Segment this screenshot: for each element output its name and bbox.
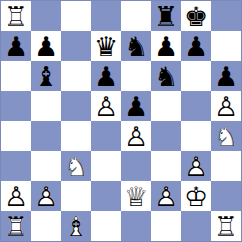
square-a8[interactable]: ♜♖ [1, 1, 31, 31]
piece-black-pawn: ♟ [121, 91, 151, 121]
square-e8[interactable] [121, 1, 151, 31]
square-a6[interactable] [1, 61, 31, 91]
piece-white-pawn-fill: ♟ [211, 91, 241, 121]
piece-white-rook: ♖ [1, 211, 31, 241]
piece-black-pawn: ♟ [91, 61, 121, 91]
piece-white-rook: ♖ [1, 1, 31, 31]
piece-white-pawn-fill: ♟ [121, 121, 151, 151]
piece-white-pawn-fill: ♟ [91, 91, 121, 121]
piece-white-rook-fill: ♜ [1, 211, 31, 241]
square-a7[interactable]: ♟ [1, 31, 31, 61]
piece-white-pawn: ♙ [121, 121, 151, 151]
square-b2[interactable]: ♟♙ [31, 181, 61, 211]
square-a3[interactable] [1, 151, 31, 181]
piece-white-queen: ♕ [121, 181, 151, 211]
square-a4[interactable] [1, 121, 31, 151]
piece-white-pawn: ♙ [31, 181, 61, 211]
square-f8[interactable]: ♜ [151, 1, 181, 31]
square-c8[interactable] [61, 1, 91, 31]
square-d3[interactable] [91, 151, 121, 181]
piece-white-knight-fill: ♞ [61, 151, 91, 181]
square-a5[interactable] [1, 91, 31, 121]
square-e6[interactable] [121, 61, 151, 91]
piece-white-pawn: ♙ [151, 181, 181, 211]
square-c6[interactable] [61, 61, 91, 91]
square-f6[interactable]: ♞ [151, 61, 181, 91]
square-c4[interactable] [61, 121, 91, 151]
square-f2[interactable]: ♟♙ [151, 181, 181, 211]
piece-black-pawn: ♟ [181, 31, 211, 61]
square-f5[interactable] [151, 91, 181, 121]
piece-white-knight: ♘ [61, 151, 91, 181]
piece-white-king-fill: ♚ [181, 181, 211, 211]
square-g2[interactable]: ♚♔ [181, 181, 211, 211]
piece-white-bishop-fill: ♝ [61, 211, 91, 241]
piece-black-pawn: ♟ [31, 31, 61, 61]
piece-white-rook-fill: ♜ [211, 211, 241, 241]
square-h3[interactable] [211, 151, 241, 181]
square-c7[interactable] [61, 31, 91, 61]
square-e7[interactable]: ♞ [121, 31, 151, 61]
piece-white-pawn: ♙ [181, 151, 211, 181]
square-b7[interactable]: ♟ [31, 31, 61, 61]
piece-black-pawn: ♟ [211, 61, 241, 91]
square-f3[interactable] [151, 151, 181, 181]
square-a2[interactable]: ♟♙ [1, 181, 31, 211]
chess-board-container: ♜♖♜♚♟♟♛♞♟♟♝♟♞♟♟♙♟♟♙♟♙♞♘♞♘♟♙♟♙♟♙♛♕♟♙♚♔♜♖♝… [0, 0, 242, 242]
square-h2[interactable] [211, 181, 241, 211]
square-h7[interactable] [211, 31, 241, 61]
square-h8[interactable] [211, 1, 241, 31]
square-e4[interactable]: ♟♙ [121, 121, 151, 151]
square-c3[interactable]: ♞♘ [61, 151, 91, 181]
square-f4[interactable] [151, 121, 181, 151]
square-d4[interactable] [91, 121, 121, 151]
square-h5[interactable]: ♟♙ [211, 91, 241, 121]
square-e2[interactable]: ♛♕ [121, 181, 151, 211]
piece-white-pawn-fill: ♟ [1, 181, 31, 211]
piece-white-knight: ♘ [211, 121, 241, 151]
piece-black-knight: ♞ [151, 61, 181, 91]
square-d8[interactable] [91, 1, 121, 31]
piece-white-pawn: ♙ [91, 91, 121, 121]
square-h4[interactable]: ♞♘ [211, 121, 241, 151]
square-e3[interactable] [121, 151, 151, 181]
piece-black-pawn: ♟ [151, 31, 181, 61]
square-d1[interactable] [91, 211, 121, 241]
square-d7[interactable]: ♛ [91, 31, 121, 61]
piece-white-pawn-fill: ♟ [31, 181, 61, 211]
piece-black-rook: ♜ [151, 1, 181, 31]
square-c1[interactable]: ♝♗ [61, 211, 91, 241]
piece-white-pawn: ♙ [211, 91, 241, 121]
piece-black-king: ♚ [181, 1, 211, 31]
piece-black-bishop: ♝ [31, 61, 61, 91]
square-b4[interactable] [31, 121, 61, 151]
square-b3[interactable] [31, 151, 61, 181]
square-e5[interactable]: ♟ [121, 91, 151, 121]
piece-white-pawn: ♙ [1, 181, 31, 211]
piece-white-knight-fill: ♞ [211, 121, 241, 151]
square-c2[interactable] [61, 181, 91, 211]
square-g4[interactable] [181, 121, 211, 151]
square-g5[interactable] [181, 91, 211, 121]
square-h1[interactable]: ♜♖ [211, 211, 241, 241]
piece-white-pawn-fill: ♟ [151, 181, 181, 211]
square-g7[interactable]: ♟ [181, 31, 211, 61]
square-d5[interactable]: ♟♙ [91, 91, 121, 121]
square-b1[interactable] [31, 211, 61, 241]
square-d6[interactable]: ♟ [91, 61, 121, 91]
square-g3[interactable]: ♟♙ [181, 151, 211, 181]
square-c5[interactable] [61, 91, 91, 121]
square-e1[interactable] [121, 211, 151, 241]
piece-white-rook-fill: ♜ [1, 1, 31, 31]
piece-white-queen-fill: ♛ [121, 181, 151, 211]
square-b5[interactable] [31, 91, 61, 121]
square-g6[interactable] [181, 61, 211, 91]
square-f7[interactable]: ♟ [151, 31, 181, 61]
piece-white-bishop: ♗ [61, 211, 91, 241]
piece-white-rook: ♖ [211, 211, 241, 241]
square-a1[interactable]: ♜♖ [1, 211, 31, 241]
square-d2[interactable] [91, 181, 121, 211]
piece-black-queen: ♛ [91, 31, 121, 61]
square-b6[interactable]: ♝ [31, 61, 61, 91]
square-f1[interactable] [151, 211, 181, 241]
square-b8[interactable] [31, 1, 61, 31]
square-h6[interactable]: ♟ [211, 61, 241, 91]
square-g8[interactable]: ♚ [181, 1, 211, 31]
chess-board: ♜♖♜♚♟♟♛♞♟♟♝♟♞♟♟♙♟♟♙♟♙♞♘♞♘♟♙♟♙♟♙♛♕♟♙♚♔♜♖♝… [0, 0, 242, 242]
piece-white-pawn-fill: ♟ [181, 151, 211, 181]
piece-black-knight: ♞ [121, 31, 151, 61]
square-g1[interactable] [181, 211, 211, 241]
piece-white-king: ♔ [181, 181, 211, 211]
piece-black-pawn: ♟ [1, 31, 31, 61]
